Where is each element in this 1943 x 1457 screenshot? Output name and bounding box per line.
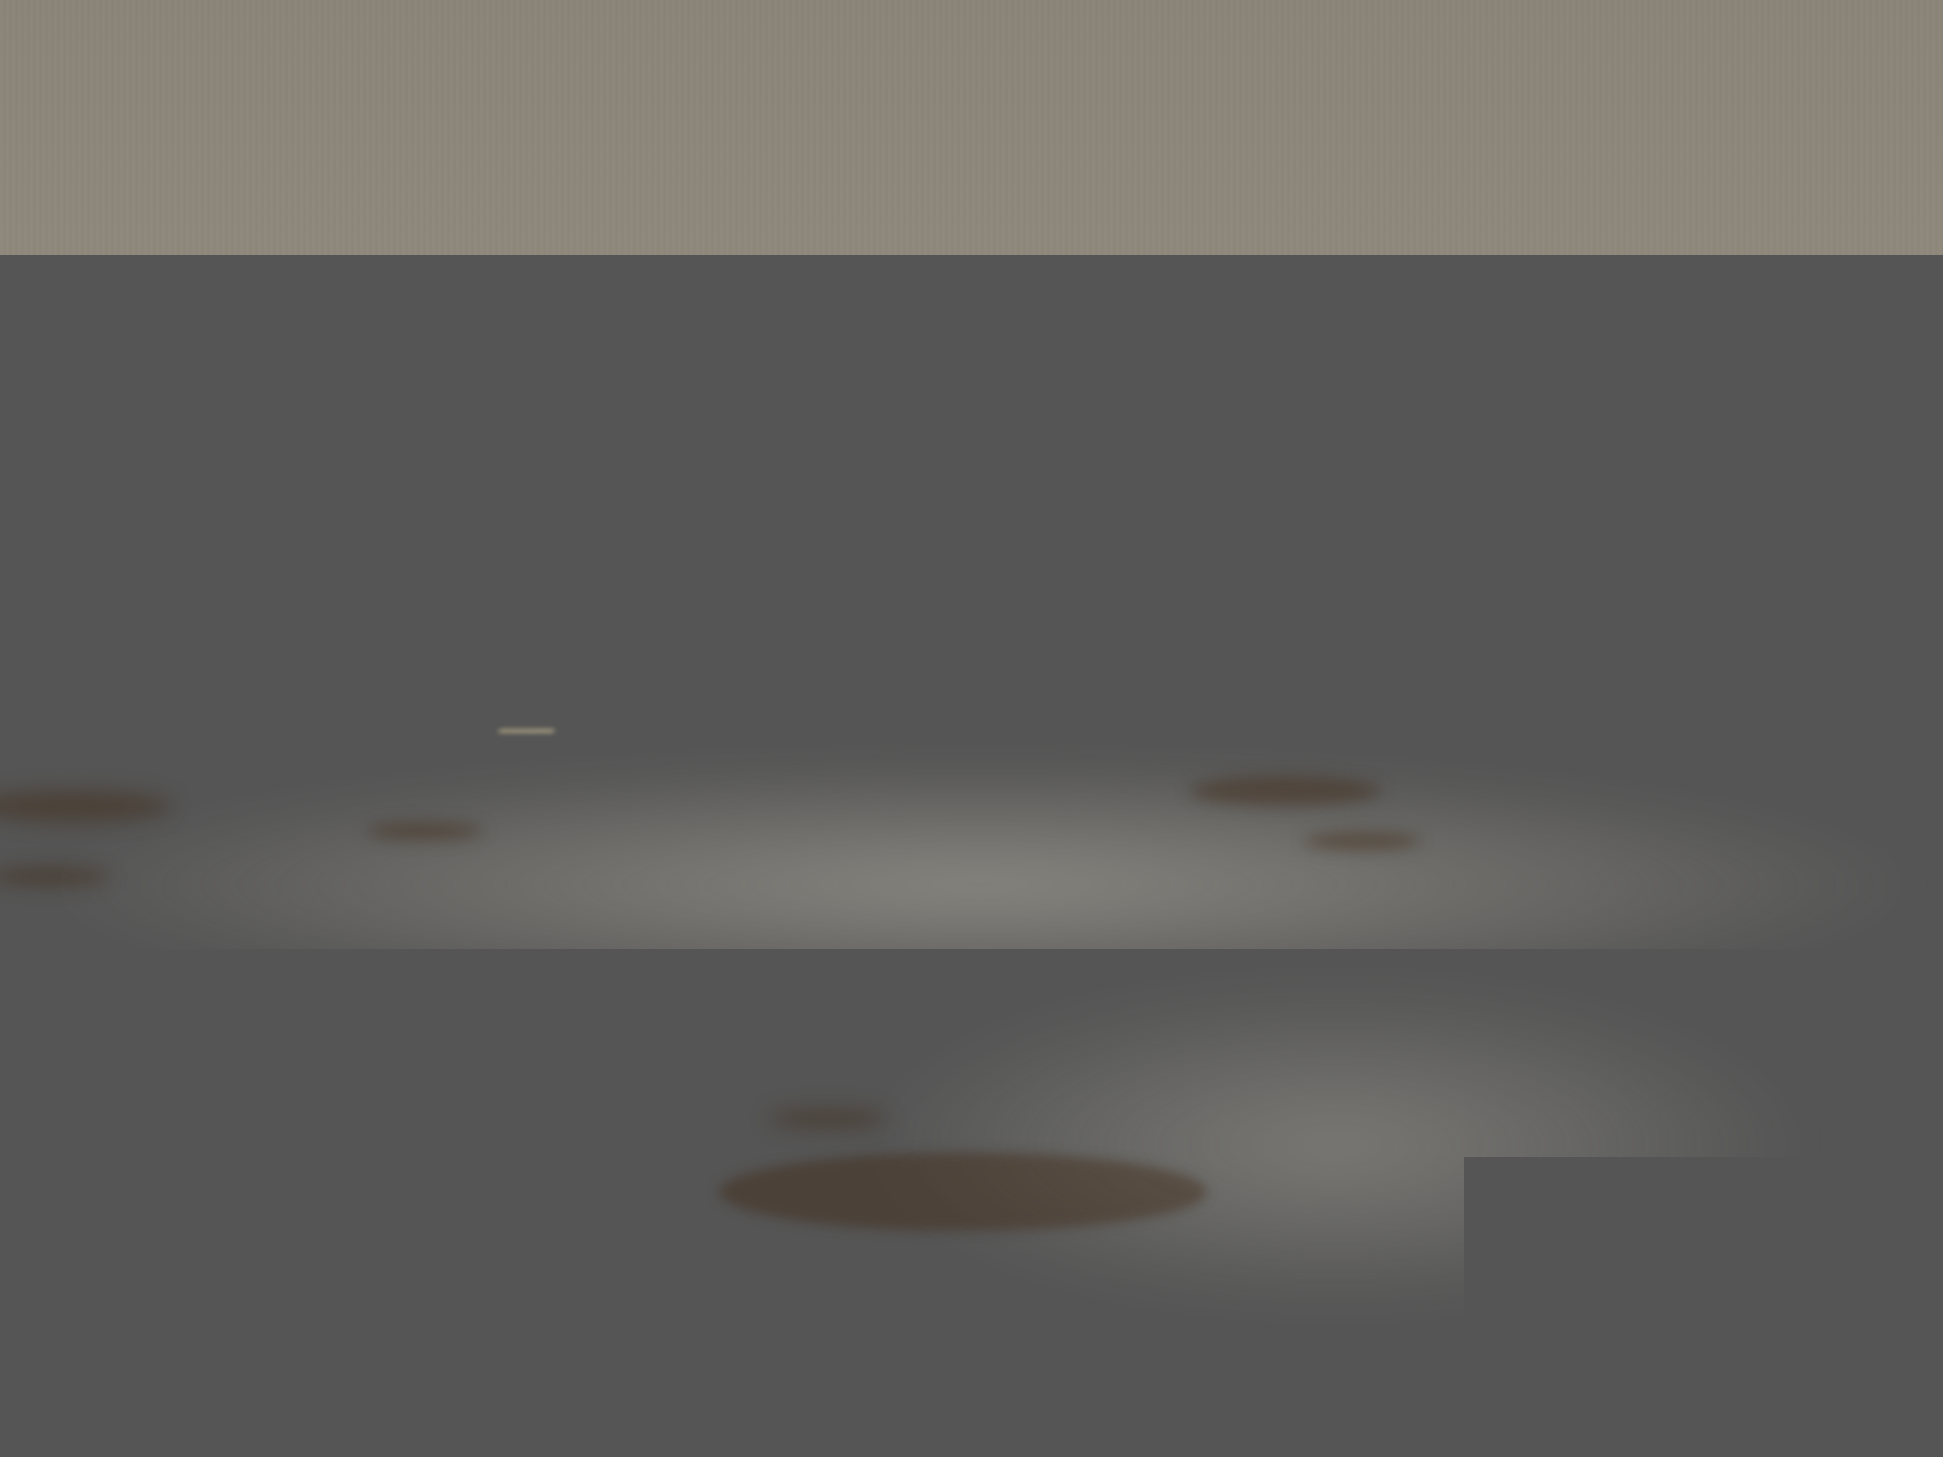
pawn-piece: ♟	[343, 599, 507, 894]
pawn-piece: ♟	[1741, 609, 1943, 1029]
pawn-piece: ♟	[0, 640, 133, 940]
chess-photo-scene: ♚♝♟♟♝♞♟♟♟♛	[0, 0, 1943, 1457]
pawn-piece: ♟	[1280, 609, 1444, 904]
queen-piece: ♛	[690, 220, 1237, 1440]
